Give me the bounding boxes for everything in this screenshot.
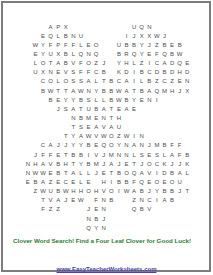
grid-cell (176, 22, 184, 31)
grid-cell: U (176, 177, 184, 186)
grid-cell (92, 22, 100, 31)
grid-cell: Z (130, 196, 138, 205)
grid-cell (47, 113, 55, 122)
grid-cell: B (77, 150, 85, 159)
grid-cell: A (39, 159, 47, 168)
grid-cell: K (115, 68, 123, 77)
grid-cell: A (130, 187, 138, 196)
grid-cell (100, 40, 108, 49)
grid-cell (62, 123, 70, 132)
grid-cell: A (161, 196, 169, 205)
grid-cell: H (123, 59, 131, 68)
grid-cell: B (123, 40, 131, 49)
grid-cell: Z (153, 40, 161, 49)
grid-cell: S (62, 104, 70, 113)
grid-cell: E (85, 177, 93, 186)
grid-cell: E (54, 95, 62, 104)
grid-cell (176, 223, 184, 232)
grid-cell (176, 113, 184, 122)
grid-cell: A (54, 196, 62, 205)
grid-cell: B (176, 40, 184, 49)
grid-cell: T (77, 104, 85, 113)
grid-cell: N (100, 205, 108, 214)
grid-cell: J (62, 141, 70, 150)
grid-cell: N (24, 159, 32, 168)
grid-cell: W (85, 132, 93, 141)
grid-cell: M (153, 141, 161, 150)
grid-cell: E (92, 113, 100, 122)
grid-cell (47, 132, 55, 141)
grid-cell: T (70, 123, 78, 132)
grid-cell: F (39, 205, 47, 214)
grid-cell: Y (92, 86, 100, 95)
grid-cell (176, 104, 184, 113)
grid-cell: N (100, 223, 108, 232)
grid-cell (130, 223, 138, 232)
grid-cell: W (39, 187, 47, 196)
grid-cell (77, 205, 85, 214)
grid-cell: O (108, 132, 116, 141)
grid-cell: E (161, 177, 169, 186)
grid-cell: S (138, 150, 146, 159)
grid-cell: T (100, 77, 108, 86)
grid-cell: H (32, 159, 40, 168)
grid-cell: E (146, 49, 154, 58)
grid-cell: Y (77, 141, 85, 150)
grid-cell: B (54, 168, 62, 177)
grid-cell (153, 205, 161, 214)
grid-cell (24, 150, 32, 159)
grid-cell (161, 123, 169, 132)
grid-cell: J (168, 159, 176, 168)
grid-cell: Q (161, 49, 169, 58)
grid-cell: Y (115, 141, 123, 150)
grid-cell: B (138, 68, 146, 77)
grid-cell: A (39, 177, 47, 186)
grid-cell (168, 31, 176, 40)
grid-cell: Q (176, 59, 184, 68)
grid-cell (168, 223, 176, 232)
grid-cell: J (100, 214, 108, 223)
grid-cell (183, 205, 191, 214)
grid-cell: E (130, 104, 138, 113)
grid-cell: I (130, 132, 138, 141)
grid-cell: B (100, 86, 108, 95)
grid-cell: I (108, 177, 116, 186)
grid-cell (108, 214, 116, 223)
grid-cell: C (92, 68, 100, 77)
grid-cell: A (123, 77, 131, 86)
grid-cell (70, 22, 78, 31)
grid-cell: L (183, 168, 191, 177)
grid-cell (115, 22, 123, 31)
grid-cell (32, 214, 40, 223)
grid-cell (108, 205, 116, 214)
grid-cell: B (168, 187, 176, 196)
grid-cell: W (153, 31, 161, 40)
grid-cell: Y (115, 59, 123, 68)
grid-cell: O (47, 77, 55, 86)
grid-cell: B (54, 187, 62, 196)
grid-cell: W (115, 95, 123, 104)
grid-cell (176, 132, 184, 141)
grid-cell (62, 113, 70, 122)
grid-cell: N (138, 141, 146, 150)
grid-cell: L (70, 49, 78, 58)
grid-cell: E (47, 168, 55, 177)
grid-cell: N (70, 31, 78, 40)
grid-cell (123, 22, 131, 31)
grid-cell: E (70, 177, 78, 186)
grid-cell (24, 22, 32, 31)
grid-cell: L (54, 31, 62, 40)
grid-cell (138, 123, 146, 132)
grid-cell: L (77, 168, 85, 177)
grid-cell (85, 22, 93, 31)
grid-cell: B (115, 177, 123, 186)
grid-cell: Q (138, 177, 146, 186)
grid-cell: A (70, 168, 78, 177)
grid-cell (123, 214, 131, 223)
grid-cell: W (77, 86, 85, 95)
grid-cell: Q (85, 223, 93, 232)
grid-cell: T (62, 132, 70, 141)
grid-cell: S (70, 68, 78, 77)
grid-cell: T (62, 86, 70, 95)
grid-cell: O (153, 177, 161, 186)
grid-cell (32, 113, 40, 122)
grid-cell: B (146, 77, 154, 86)
grid-cell: B (108, 95, 116, 104)
grid-cell: X (138, 31, 146, 40)
grid-cell (115, 31, 123, 40)
grid-cell: M (108, 150, 116, 159)
grid-cell (183, 95, 191, 104)
grid-cell: L (161, 150, 169, 159)
grid-cell: S (153, 150, 161, 159)
grid-cell: E (85, 40, 93, 49)
grid-cell (47, 223, 55, 232)
grid-cell: F (176, 150, 184, 159)
grid-cell (24, 187, 32, 196)
grid-cell: M (161, 86, 169, 95)
grid-cell (100, 22, 108, 31)
grid-cell: I (153, 196, 161, 205)
grid-cell (161, 223, 169, 232)
grid-cell: E (183, 59, 191, 68)
grid-cell: J (146, 40, 154, 49)
grid-cell: O (168, 177, 176, 186)
grid-cell: K (183, 159, 191, 168)
grid-cell: Z (92, 59, 100, 68)
grid-cell (183, 196, 191, 205)
grid-cell: E (54, 68, 62, 77)
grid-cell: E (176, 77, 184, 86)
grid-cell: N (85, 49, 93, 58)
grid-cell: F (62, 40, 70, 49)
grid-cell: X (39, 68, 47, 77)
grid-cell: A (176, 168, 184, 177)
grid-cell (32, 223, 40, 232)
grid-cell: A (168, 150, 176, 159)
grid-cell: C (115, 77, 123, 86)
grid-cell (39, 132, 47, 141)
grid-cell (153, 123, 161, 132)
grid-cell: L (138, 77, 146, 86)
grid-cell: B (77, 95, 85, 104)
grid-cell (176, 196, 184, 205)
grid-cell: T (62, 168, 70, 177)
grid-cell: W (47, 86, 55, 95)
grid-cell (70, 205, 78, 214)
grid-cell (62, 205, 70, 214)
grid-cell: Y (153, 187, 161, 196)
grid-cell: J (130, 31, 138, 40)
grid-cell: F (85, 68, 93, 77)
footer-link[interactable]: www.EasyTeacherWorksheets.com (57, 266, 157, 272)
grid-cell: Z (47, 205, 55, 214)
grid-cell (183, 104, 191, 113)
grid-cell: N (85, 86, 93, 95)
grid-cell: F (39, 150, 47, 159)
grid-cell (153, 104, 161, 113)
grid-cell: E (123, 159, 131, 168)
grid-cell: J (100, 150, 108, 159)
grid-cell: W (123, 187, 131, 196)
grid-cell (39, 104, 47, 113)
grid-cell: O (146, 159, 154, 168)
grid-cell: F (47, 40, 55, 49)
grid-cell: J (92, 168, 100, 177)
grid-cell: H (92, 187, 100, 196)
grid-cell (183, 31, 191, 40)
grid-cell: E (54, 150, 62, 159)
grid-cell (146, 123, 154, 132)
grid-cell: B (85, 141, 93, 150)
grid-cell: V (100, 123, 108, 132)
grid-cell: B (161, 141, 169, 150)
grid-cell: X (146, 31, 154, 40)
grid-cell: Y (138, 49, 146, 58)
grid-cell (32, 104, 40, 113)
grid-cell: E (70, 196, 78, 205)
grid-cell: B (161, 187, 169, 196)
grid-cell: B (70, 150, 78, 159)
grid-cell (24, 31, 32, 40)
grid-cell (176, 31, 184, 40)
grid-cell: U (85, 104, 93, 113)
grid-cell: I (123, 31, 131, 40)
grid-cell: C (153, 59, 161, 68)
grid-cell: B (100, 68, 108, 77)
grid-cell: S (85, 95, 93, 104)
grid-cell: F (70, 40, 78, 49)
grid-cell: S (77, 77, 85, 86)
grid-cell (153, 132, 161, 141)
grid-cell: C (39, 141, 47, 150)
grid-cell: C (146, 196, 154, 205)
grid-cell (24, 95, 32, 104)
grid-cell: X (54, 49, 62, 58)
grid-cell (54, 214, 62, 223)
grid-cell (24, 86, 32, 95)
grid-cell (108, 223, 116, 232)
grid-cell (24, 196, 32, 205)
grid-cell (70, 223, 78, 232)
grid-cell (161, 113, 169, 122)
grid-cell (146, 214, 154, 223)
grid-cell: W (32, 168, 40, 177)
grid-cell: O (108, 187, 116, 196)
grid-cell (138, 104, 146, 113)
grid-cell (47, 214, 55, 223)
grid-cell: N (24, 168, 32, 177)
grid-cell: N (100, 113, 108, 122)
grid-cell: A (77, 132, 85, 141)
grid-cell: B (54, 159, 62, 168)
grid-cell (32, 22, 40, 31)
grid-cell: L (130, 150, 138, 159)
grid-cell (32, 86, 40, 95)
grid-cell: Z (138, 59, 146, 68)
grid-cell (176, 123, 184, 132)
grid-cell (24, 40, 32, 49)
grid-cell (62, 223, 70, 232)
grid-cell: H (77, 187, 85, 196)
grid-cell (161, 132, 169, 141)
grid-cell: L (85, 168, 93, 177)
grid-cell: A (146, 86, 154, 95)
grid-cell: B (85, 159, 93, 168)
grid-cell: A (70, 104, 78, 113)
grid-cell: F (153, 49, 161, 58)
grid-cell (161, 214, 169, 223)
grid-cell: U (47, 49, 55, 58)
grid-cell: I (153, 168, 161, 177)
grid-cell: L (54, 77, 62, 86)
grid-cell: E (32, 49, 40, 58)
grid-cell: E (92, 205, 100, 214)
grid-cell: E (100, 168, 108, 177)
grid-cell (183, 141, 191, 150)
grid-cell (54, 223, 62, 232)
grid-cell (183, 123, 191, 132)
word-search-grid: APXUQNEQLBNUIJXXWJWYFPFFLEOUBBYJZBEBEYUX… (24, 22, 191, 232)
grid-cell: N (183, 77, 191, 86)
grid-cell: Y (130, 95, 138, 104)
grid-cell: U (32, 68, 40, 77)
grid-cell: V (146, 205, 154, 214)
grid-cell: P (54, 22, 62, 31)
grid-cell: J (176, 187, 184, 196)
grid-cell: W (77, 196, 85, 205)
grid-cell (161, 205, 169, 214)
grid-cell (85, 31, 93, 40)
grid-cell: D (168, 68, 176, 77)
grid-cell: U (47, 187, 55, 196)
grid-cell (24, 123, 32, 132)
grid-cell (32, 141, 40, 150)
grid-cell: U (77, 31, 85, 40)
grid-cell: C (153, 159, 161, 168)
grid-cell: T (108, 168, 116, 177)
grid-cell: V (92, 150, 100, 159)
grid-cell: E (54, 177, 62, 186)
grid-cell: K (161, 159, 169, 168)
grid-cell: O (85, 59, 93, 68)
grid-cell: L (77, 40, 85, 49)
grid-cell: M (92, 159, 100, 168)
grid-cell: D (153, 68, 161, 77)
grid-cell: E (24, 177, 32, 186)
grid-cell: B (62, 49, 70, 58)
grid-cell: D (168, 59, 176, 68)
grid-cell (100, 49, 108, 58)
grid-cell: Z (168, 77, 176, 86)
grid-cell: B (130, 40, 138, 49)
grid-cell: Z (115, 132, 123, 141)
grid-cell: B (32, 177, 40, 186)
grid-cell (24, 214, 32, 223)
grid-cell: I (146, 59, 154, 68)
grid-cell (176, 205, 184, 214)
grid-cell: J (146, 141, 154, 150)
grid-cell: D (183, 68, 191, 77)
grid-cell (39, 22, 47, 31)
grid-cell (176, 214, 184, 223)
grid-cell (108, 68, 116, 77)
grid-cell: A (54, 59, 62, 68)
grid-cell: L (130, 59, 138, 68)
grid-cell: W (39, 168, 47, 177)
grid-cell (108, 49, 116, 58)
grid-cell (115, 205, 123, 214)
grid-cell: Q (138, 22, 146, 31)
grid-cell: T (47, 59, 55, 68)
grid-cell: V (70, 59, 78, 68)
grid-cell: Y (77, 159, 85, 168)
grid-cell: B (47, 95, 55, 104)
grid-cell (39, 95, 47, 104)
grid-cell (24, 104, 32, 113)
grid-cell: I (115, 187, 123, 196)
grid-cell: D (123, 68, 131, 77)
grid-cell: V (100, 187, 108, 196)
grid-cell: J (176, 159, 184, 168)
grid-cell: B (161, 40, 169, 49)
grid-cell: W (32, 40, 40, 49)
grid-cell (54, 132, 62, 141)
grid-cell (168, 22, 176, 31)
grid-cell (39, 223, 47, 232)
grid-cell (32, 123, 40, 132)
grid-cell: B (62, 59, 70, 68)
grid-cell (176, 95, 184, 104)
grid-cell (183, 113, 191, 122)
grid-cell: Q (92, 49, 100, 58)
grid-cell (146, 223, 154, 232)
grid-cell (47, 123, 55, 132)
grid-cell: J (161, 31, 169, 40)
grid-cell: M (85, 113, 93, 122)
grid-cell: H (100, 177, 108, 186)
grid-cell: A (138, 168, 146, 177)
grid-cell: F (92, 196, 100, 205)
grid-cell: Q (130, 205, 138, 214)
grid-cell (24, 77, 32, 86)
grid-cell: Q (130, 49, 138, 58)
grid-cell: O (108, 141, 116, 150)
